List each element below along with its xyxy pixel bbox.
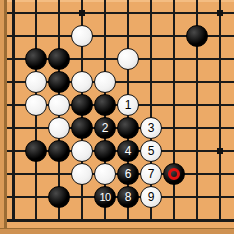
stone-G2[interactable]: 9 — [140, 186, 162, 208]
stone-G3[interactable]: 7 — [140, 163, 162, 185]
go-board[interactable]: 12345671089 — [0, 0, 234, 234]
move-number-label: 1 — [125, 99, 132, 111]
stone-D9[interactable] — [71, 25, 93, 47]
grid-line-vertical — [173, 0, 175, 222]
move-number-label: 4 — [125, 145, 132, 157]
stone-E6[interactable] — [94, 94, 116, 116]
stone-J9[interactable] — [186, 25, 208, 47]
stone-D3[interactable] — [71, 163, 93, 185]
stone-E3[interactable] — [94, 163, 116, 185]
move-number-label: 9 — [148, 191, 155, 203]
grid-line-vertical — [219, 0, 221, 222]
stone-C5[interactable] — [48, 117, 70, 139]
stone-C6[interactable] — [48, 94, 70, 116]
stone-B6[interactable] — [25, 94, 47, 116]
stone-F2[interactable]: 8 — [117, 186, 139, 208]
stone-G4[interactable]: 5 — [140, 140, 162, 162]
move-number-label: 2 — [102, 122, 109, 134]
move-number-label: 6 — [125, 168, 132, 180]
move-number-label: 5 — [148, 145, 155, 157]
stone-C2[interactable] — [48, 186, 70, 208]
stone-F4[interactable]: 4 — [117, 140, 139, 162]
circle-marker — [168, 168, 180, 180]
grid-line-vertical — [12, 0, 15, 222]
stone-F6[interactable]: 1 — [117, 94, 139, 116]
star-point-D10 — [79, 10, 85, 16]
move-number-label: 10 — [99, 192, 110, 203]
stone-C4[interactable] — [48, 140, 70, 162]
stone-B4[interactable] — [25, 140, 47, 162]
board-bottom-edge — [0, 229, 234, 234]
stone-D4[interactable] — [71, 140, 93, 162]
stone-B7[interactable] — [25, 71, 47, 93]
stone-F5[interactable] — [117, 117, 139, 139]
stone-B8[interactable] — [25, 48, 47, 70]
stone-D7[interactable] — [71, 71, 93, 93]
move-number-label: 7 — [148, 168, 155, 180]
move-number-label: 8 — [125, 191, 132, 203]
stone-F8[interactable] — [117, 48, 139, 70]
stone-E5[interactable]: 2 — [94, 117, 116, 139]
stone-E7[interactable] — [94, 71, 116, 93]
grid-line-horizontal — [7, 219, 234, 222]
star-point-K10 — [217, 10, 223, 16]
grid-line-horizontal — [7, 12, 234, 14]
stone-F3[interactable]: 6 — [117, 163, 139, 185]
stone-C8[interactable] — [48, 48, 70, 70]
stone-H3[interactable] — [163, 163, 185, 185]
stone-E2[interactable]: 10 — [94, 186, 116, 208]
stone-C7[interactable] — [48, 71, 70, 93]
stone-D5[interactable] — [71, 117, 93, 139]
stone-E4[interactable] — [94, 140, 116, 162]
stone-G5[interactable]: 3 — [140, 117, 162, 139]
move-number-label: 3 — [148, 122, 155, 134]
stone-D6[interactable] — [71, 94, 93, 116]
star-point-K4 — [217, 148, 223, 154]
